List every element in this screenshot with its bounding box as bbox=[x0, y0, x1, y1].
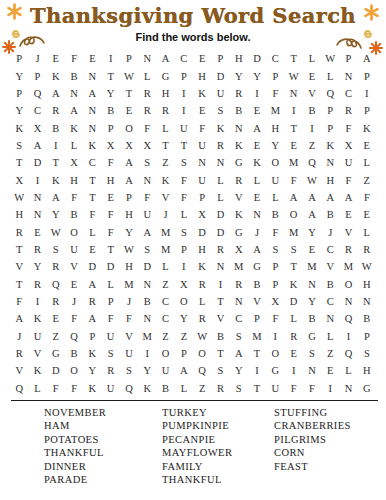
grid-cell[interactable]: E bbox=[120, 102, 138, 119]
grid-cell[interactable]: M bbox=[284, 223, 302, 240]
grid-cell[interactable]: Q bbox=[10, 380, 28, 397]
grid-cell[interactable]: G bbox=[248, 258, 266, 275]
grid-cell[interactable]: K bbox=[358, 119, 376, 136]
grid-cell[interactable]: C bbox=[230, 310, 248, 327]
grid-cell[interactable]: B bbox=[321, 206, 339, 223]
grid-cell[interactable]: N bbox=[28, 189, 46, 206]
grid-cell[interactable]: R bbox=[28, 241, 46, 258]
grid-cell[interactable]: F bbox=[266, 85, 284, 102]
grid-cell[interactable]: M bbox=[156, 241, 174, 258]
grid-cell[interactable]: A bbox=[120, 171, 138, 188]
grid-cell[interactable]: K bbox=[47, 67, 65, 84]
grid-cell[interactable]: X bbox=[102, 137, 120, 154]
grid-cell[interactable]: Y bbox=[10, 67, 28, 84]
grid-cell[interactable]: R bbox=[102, 362, 120, 379]
grid-cell[interactable]: B bbox=[102, 102, 120, 119]
grid-cell[interactable]: P bbox=[10, 85, 28, 102]
grid-cell[interactable]: C bbox=[339, 85, 357, 102]
grid-cell[interactable]: W bbox=[193, 328, 211, 345]
grid-cell[interactable]: S bbox=[47, 241, 65, 258]
grid-cell[interactable]: R bbox=[47, 258, 65, 275]
grid-cell[interactable]: H bbox=[358, 275, 376, 292]
grid-cell[interactable]: D bbox=[193, 223, 211, 240]
grid-cell[interactable]: F bbox=[138, 119, 156, 136]
grid-cell[interactable]: A bbox=[10, 310, 28, 327]
grid-cell[interactable]: O bbox=[193, 345, 211, 362]
grid-cell[interactable]: J bbox=[120, 293, 138, 310]
grid-cell[interactable]: E bbox=[248, 102, 266, 119]
grid-cell[interactable]: N bbox=[138, 50, 156, 67]
grid-cell[interactable]: T bbox=[83, 171, 101, 188]
grid-cell[interactable]: A bbox=[303, 189, 321, 206]
grid-cell[interactable]: U bbox=[65, 241, 83, 258]
grid-cell[interactable]: P bbox=[321, 119, 339, 136]
grid-cell[interactable]: U bbox=[193, 137, 211, 154]
grid-cell[interactable]: R bbox=[138, 85, 156, 102]
grid-cell[interactable]: L bbox=[266, 189, 284, 206]
grid-cell[interactable]: V bbox=[248, 293, 266, 310]
grid-cell[interactable]: G bbox=[303, 328, 321, 345]
grid-cell[interactable]: G bbox=[156, 67, 174, 84]
grid-cell[interactable]: I bbox=[284, 102, 302, 119]
grid-cell[interactable]: J bbox=[321, 223, 339, 240]
grid-cell[interactable]: F bbox=[303, 380, 321, 397]
grid-cell[interactable]: T bbox=[10, 241, 28, 258]
grid-cell[interactable]: H bbox=[65, 171, 83, 188]
grid-cell[interactable]: T bbox=[211, 345, 229, 362]
grid-cell[interactable]: F bbox=[138, 189, 156, 206]
grid-cell[interactable]: B bbox=[138, 293, 156, 310]
grid-cell[interactable]: Y bbox=[230, 362, 248, 379]
grid-cell[interactable]: I bbox=[248, 85, 266, 102]
grid-cell[interactable]: B bbox=[358, 310, 376, 327]
grid-cell[interactable]: A bbox=[358, 50, 376, 67]
grid-cell[interactable]: L bbox=[65, 137, 83, 154]
grid-cell[interactable]: F bbox=[193, 119, 211, 136]
grid-cell[interactable]: D bbox=[248, 50, 266, 67]
grid-cell[interactable]: I bbox=[248, 362, 266, 379]
grid-cell[interactable]: N bbox=[321, 310, 339, 327]
grid-cell[interactable]: E bbox=[193, 50, 211, 67]
grid-cell[interactable]: U bbox=[211, 85, 229, 102]
grid-cell[interactable]: K bbox=[83, 380, 101, 397]
grid-cell[interactable]: N bbox=[284, 85, 302, 102]
grid-cell[interactable]: U bbox=[175, 119, 193, 136]
grid-cell[interactable]: F bbox=[358, 189, 376, 206]
grid-cell[interactable]: Y bbox=[120, 223, 138, 240]
grid-cell[interactable]: Y bbox=[303, 293, 321, 310]
grid-cell[interactable]: A bbox=[47, 189, 65, 206]
grid-cell[interactable]: L bbox=[211, 189, 229, 206]
grid-cell[interactable]: G bbox=[358, 380, 376, 397]
grid-cell[interactable]: R bbox=[47, 102, 65, 119]
grid-cell[interactable]: P bbox=[175, 67, 193, 84]
grid-cell[interactable]: F bbox=[175, 189, 193, 206]
grid-cell[interactable]: I bbox=[358, 85, 376, 102]
grid-cell[interactable]: K bbox=[321, 137, 339, 154]
grid-cell[interactable]: T bbox=[102, 67, 120, 84]
grid-cell[interactable]: A bbox=[83, 275, 101, 292]
grid-cell[interactable]: P bbox=[266, 275, 284, 292]
grid-cell[interactable]: H bbox=[102, 171, 120, 188]
grid-cell[interactable]: K bbox=[193, 258, 211, 275]
grid-cell[interactable]: P bbox=[339, 50, 357, 67]
grid-cell[interactable]: U bbox=[266, 380, 284, 397]
grid-cell[interactable]: L bbox=[339, 362, 357, 379]
grid-cell[interactable]: A bbox=[28, 137, 46, 154]
grid-cell[interactable]: S bbox=[230, 380, 248, 397]
grid-cell[interactable]: L bbox=[248, 171, 266, 188]
grid-cell[interactable]: H bbox=[120, 258, 138, 275]
grid-cell[interactable]: I bbox=[339, 328, 357, 345]
grid-cell[interactable]: B bbox=[266, 206, 284, 223]
grid-cell[interactable]: D bbox=[284, 293, 302, 310]
grid-cell[interactable]: T bbox=[10, 275, 28, 292]
grid-cell[interactable]: H bbox=[321, 171, 339, 188]
grid-cell[interactable]: G bbox=[47, 345, 65, 362]
grid-cell[interactable]: F bbox=[175, 171, 193, 188]
grid-cell[interactable]: M bbox=[156, 223, 174, 240]
grid-cell[interactable]: R bbox=[358, 241, 376, 258]
grid-cell[interactable]: O bbox=[120, 119, 138, 136]
grid-cell[interactable]: C bbox=[321, 241, 339, 258]
grid-cell[interactable]: P bbox=[248, 310, 266, 327]
grid-cell[interactable]: B bbox=[248, 275, 266, 292]
grid-cell[interactable]: F bbox=[284, 380, 302, 397]
grid-cell[interactable]: A bbox=[83, 85, 101, 102]
grid-cell[interactable]: D bbox=[138, 258, 156, 275]
grid-cell[interactable]: E bbox=[284, 137, 302, 154]
grid-cell[interactable]: L bbox=[211, 171, 229, 188]
grid-cell[interactable]: I bbox=[175, 102, 193, 119]
grid-cell[interactable]: X bbox=[10, 171, 28, 188]
grid-cell[interactable]: B bbox=[230, 102, 248, 119]
grid-cell[interactable]: N bbox=[193, 154, 211, 171]
grid-cell[interactable]: F bbox=[102, 154, 120, 171]
grid-cell[interactable]: P bbox=[358, 67, 376, 84]
grid-cell[interactable]: A bbox=[248, 241, 266, 258]
grid-cell[interactable]: P bbox=[120, 189, 138, 206]
grid-cell[interactable]: C bbox=[83, 154, 101, 171]
grid-cell[interactable]: D bbox=[83, 258, 101, 275]
grid-cell[interactable]: O bbox=[156, 345, 174, 362]
grid-cell[interactable]: Z bbox=[156, 154, 174, 171]
grid-cell[interactable]: H bbox=[193, 67, 211, 84]
grid-cell[interactable]: X bbox=[230, 241, 248, 258]
grid-cell[interactable]: F bbox=[266, 310, 284, 327]
grid-cell[interactable]: C bbox=[28, 102, 46, 119]
grid-cell[interactable]: I bbox=[28, 171, 46, 188]
grid-cell[interactable]: K bbox=[193, 85, 211, 102]
grid-cell[interactable]: B bbox=[211, 328, 229, 345]
grid-cell[interactable]: Y bbox=[266, 137, 284, 154]
grid-cell[interactable]: M bbox=[138, 328, 156, 345]
grid-cell[interactable]: V bbox=[28, 345, 46, 362]
grid-cell[interactable]: B bbox=[47, 119, 65, 136]
grid-cell[interactable]: N bbox=[248, 206, 266, 223]
grid-cell[interactable]: K bbox=[83, 137, 101, 154]
grid-cell[interactable]: Y bbox=[102, 85, 120, 102]
grid-cell[interactable]: R bbox=[28, 275, 46, 292]
grid-cell[interactable]: L bbox=[321, 67, 339, 84]
grid-cell[interactable]: U bbox=[102, 380, 120, 397]
grid-cell[interactable]: C bbox=[266, 50, 284, 67]
grid-cell[interactable]: R bbox=[339, 102, 357, 119]
grid-cell[interactable]: E bbox=[248, 137, 266, 154]
grid-cell[interactable]: H bbox=[156, 85, 174, 102]
grid-cell[interactable]: A bbox=[248, 119, 266, 136]
grid-cell[interactable]: R bbox=[230, 275, 248, 292]
grid-cell[interactable]: Y bbox=[28, 258, 46, 275]
grid-cell[interactable]: F bbox=[120, 310, 138, 327]
grid-cell[interactable]: L bbox=[156, 119, 174, 136]
grid-cell[interactable]: Y bbox=[10, 102, 28, 119]
grid-cell[interactable]: U bbox=[156, 362, 174, 379]
grid-cell[interactable]: A bbox=[175, 362, 193, 379]
grid-cell[interactable]: X bbox=[193, 206, 211, 223]
grid-cell[interactable]: W bbox=[120, 67, 138, 84]
grid-cell[interactable]: K bbox=[211, 119, 229, 136]
grid-cell[interactable]: H bbox=[193, 241, 211, 258]
grid-cell[interactable]: Z bbox=[193, 380, 211, 397]
grid-cell[interactable]: E bbox=[339, 206, 357, 223]
grid-cell[interactable]: T bbox=[102, 241, 120, 258]
grid-cell[interactable]: F bbox=[339, 119, 357, 136]
grid-cell[interactable]: R bbox=[230, 171, 248, 188]
grid-cell[interactable]: T bbox=[284, 50, 302, 67]
grid-cell[interactable]: X bbox=[266, 293, 284, 310]
grid-cell[interactable]: W bbox=[358, 258, 376, 275]
grid-cell[interactable]: W bbox=[10, 189, 28, 206]
grid-cell[interactable]: T bbox=[156, 137, 174, 154]
grid-cell[interactable]: P bbox=[358, 102, 376, 119]
grid-cell[interactable]: D bbox=[211, 223, 229, 240]
grid-cell[interactable]: Q bbox=[120, 380, 138, 397]
grid-cell[interactable]: P bbox=[83, 328, 101, 345]
grid-cell[interactable]: V bbox=[339, 223, 357, 240]
grid-cell[interactable]: M bbox=[266, 102, 284, 119]
grid-cell[interactable]: S bbox=[358, 345, 376, 362]
grid-cell[interactable]: L bbox=[303, 50, 321, 67]
grid-cell[interactable]: N bbox=[303, 275, 321, 292]
grid-cell[interactable]: W bbox=[303, 171, 321, 188]
grid-cell[interactable]: Z bbox=[175, 328, 193, 345]
grid-cell[interactable]: P bbox=[175, 345, 193, 362]
grid-cell[interactable]: I bbox=[211, 275, 229, 292]
grid-cell[interactable]: A bbox=[339, 189, 357, 206]
grid-cell[interactable]: X bbox=[339, 137, 357, 154]
grid-cell[interactable]: H bbox=[120, 206, 138, 223]
grid-cell[interactable]: L bbox=[321, 328, 339, 345]
grid-cell[interactable]: K bbox=[230, 137, 248, 154]
grid-cell[interactable]: J bbox=[28, 50, 46, 67]
grid-cell[interactable]: D bbox=[211, 67, 229, 84]
grid-cell[interactable]: W bbox=[47, 223, 65, 240]
grid-cell[interactable]: E bbox=[321, 362, 339, 379]
grid-cell[interactable]: T bbox=[83, 189, 101, 206]
grid-cell[interactable]: R bbox=[230, 85, 248, 102]
grid-cell[interactable]: F bbox=[266, 223, 284, 240]
grid-cell[interactable]: N bbox=[65, 85, 83, 102]
grid-cell[interactable]: F bbox=[339, 171, 357, 188]
grid-cell[interactable]: X bbox=[175, 275, 193, 292]
grid-cell[interactable]: E bbox=[65, 275, 83, 292]
grid-cell[interactable]: T bbox=[175, 137, 193, 154]
grid-cell[interactable]: Q bbox=[303, 154, 321, 171]
grid-cell[interactable]: K bbox=[65, 119, 83, 136]
grid-cell[interactable]: A bbox=[47, 85, 65, 102]
grid-cell[interactable]: O bbox=[266, 345, 284, 362]
grid-cell[interactable]: T bbox=[10, 154, 28, 171]
grid-cell[interactable]: H bbox=[10, 206, 28, 223]
grid-cell[interactable]: D bbox=[47, 362, 65, 379]
grid-cell[interactable]: F bbox=[65, 310, 83, 327]
grid-cell[interactable]: X bbox=[138, 137, 156, 154]
grid-cell[interactable]: N bbox=[230, 293, 248, 310]
grid-cell[interactable]: V bbox=[211, 310, 229, 327]
grid-cell[interactable]: Y bbox=[303, 223, 321, 240]
grid-cell[interactable]: V bbox=[321, 258, 339, 275]
grid-cell[interactable]: O bbox=[266, 154, 284, 171]
grid-cell[interactable]: S bbox=[10, 137, 28, 154]
grid-cell[interactable]: P bbox=[102, 119, 120, 136]
grid-cell[interactable]: N bbox=[230, 119, 248, 136]
grid-cell[interactable]: K bbox=[47, 171, 65, 188]
grid-cell[interactable]: E bbox=[303, 67, 321, 84]
grid-cell[interactable]: H bbox=[230, 50, 248, 67]
grid-cell[interactable]: Y bbox=[47, 206, 65, 223]
grid-cell[interactable]: S bbox=[175, 154, 193, 171]
grid-cell[interactable]: T bbox=[248, 345, 266, 362]
grid-cell[interactable]: B bbox=[65, 67, 83, 84]
grid-cell[interactable]: S bbox=[211, 362, 229, 379]
grid-cell[interactable]: M bbox=[284, 154, 302, 171]
grid-cell[interactable]: P bbox=[193, 189, 211, 206]
grid-cell[interactable]: U bbox=[28, 328, 46, 345]
grid-cell[interactable]: S bbox=[138, 154, 156, 171]
grid-cell[interactable]: E bbox=[83, 50, 101, 67]
grid-cell[interactable]: V bbox=[303, 85, 321, 102]
grid-cell[interactable]: C bbox=[175, 50, 193, 67]
grid-cell[interactable]: R bbox=[83, 293, 101, 310]
grid-cell[interactable]: T bbox=[248, 380, 266, 397]
grid-cell[interactable]: R bbox=[138, 102, 156, 119]
grid-cell[interactable]: J bbox=[10, 328, 28, 345]
grid-cell[interactable]: C bbox=[321, 293, 339, 310]
grid-cell[interactable]: A bbox=[303, 206, 321, 223]
grid-cell[interactable]: O bbox=[65, 223, 83, 240]
grid-cell[interactable]: S bbox=[303, 345, 321, 362]
grid-cell[interactable]: Z bbox=[156, 275, 174, 292]
grid-cell[interactable]: A bbox=[65, 102, 83, 119]
grid-cell[interactable]: P bbox=[266, 258, 284, 275]
grid-cell[interactable]: E bbox=[358, 206, 376, 223]
grid-cell[interactable]: K bbox=[28, 310, 46, 327]
grid-cell[interactable]: Y bbox=[230, 67, 248, 84]
grid-cell[interactable]: M bbox=[303, 258, 321, 275]
grid-cell[interactable]: F bbox=[102, 310, 120, 327]
grid-cell[interactable]: N bbox=[28, 206, 46, 223]
grid-cell[interactable]: U bbox=[266, 171, 284, 188]
grid-cell[interactable]: E bbox=[358, 137, 376, 154]
grid-cell[interactable]: Q bbox=[28, 85, 46, 102]
grid-cell[interactable]: E bbox=[193, 102, 211, 119]
grid-cell[interactable]: W bbox=[284, 67, 302, 84]
grid-cell[interactable]: D bbox=[28, 154, 46, 171]
grid-cell[interactable]: Q bbox=[339, 345, 357, 362]
grid-cell[interactable]: R bbox=[211, 380, 229, 397]
grid-cell[interactable]: S bbox=[138, 241, 156, 258]
grid-cell[interactable]: S bbox=[284, 241, 302, 258]
grid-cell[interactable]: R bbox=[47, 293, 65, 310]
grid-cell[interactable]: R bbox=[284, 328, 302, 345]
grid-cell[interactable]: L bbox=[284, 310, 302, 327]
grid-cell[interactable]: N bbox=[138, 275, 156, 292]
grid-cell[interactable]: M bbox=[339, 258, 357, 275]
grid-cell[interactable]: B bbox=[65, 206, 83, 223]
grid-cell[interactable]: E bbox=[303, 241, 321, 258]
grid-cell[interactable]: I bbox=[47, 137, 65, 154]
grid-cell[interactable]: L bbox=[83, 223, 101, 240]
grid-cell[interactable]: S bbox=[120, 362, 138, 379]
grid-cell[interactable]: N bbox=[83, 67, 101, 84]
grid-cell[interactable]: Z bbox=[358, 171, 376, 188]
grid-cell[interactable]: F bbox=[65, 189, 83, 206]
grid-cell[interactable]: B bbox=[156, 380, 174, 397]
grid-cell[interactable]: A bbox=[120, 154, 138, 171]
grid-cell[interactable]: I bbox=[175, 258, 193, 275]
grid-cell[interactable]: K bbox=[28, 362, 46, 379]
grid-cell[interactable]: T bbox=[284, 258, 302, 275]
grid-cell[interactable]: A bbox=[284, 189, 302, 206]
grid-cell[interactable]: R bbox=[211, 241, 229, 258]
grid-cell[interactable]: A bbox=[138, 223, 156, 240]
grid-cell[interactable]: U bbox=[193, 171, 211, 188]
grid-cell[interactable]: M bbox=[248, 328, 266, 345]
grid-cell[interactable]: N bbox=[138, 171, 156, 188]
grid-cell[interactable]: E bbox=[248, 189, 266, 206]
grid-cell[interactable]: F bbox=[102, 206, 120, 223]
grid-cell[interactable]: V bbox=[230, 189, 248, 206]
grid-cell[interactable]: V bbox=[156, 189, 174, 206]
grid-cell[interactable]: I bbox=[138, 345, 156, 362]
grid-cell[interactable]: F bbox=[65, 380, 83, 397]
grid-cell[interactable]: S bbox=[266, 241, 284, 258]
grid-cell[interactable]: B bbox=[65, 345, 83, 362]
grid-cell[interactable]: L bbox=[156, 258, 174, 275]
grid-cell[interactable]: S bbox=[175, 223, 193, 240]
grid-cell[interactable]: Z bbox=[47, 328, 65, 345]
grid-cell[interactable]: L bbox=[358, 223, 376, 240]
grid-cell[interactable]: N bbox=[339, 293, 357, 310]
grid-cell[interactable]: E bbox=[47, 50, 65, 67]
grid-cell[interactable]: P bbox=[358, 328, 376, 345]
grid-cell[interactable]: I bbox=[284, 362, 302, 379]
grid-cell[interactable]: L bbox=[175, 206, 193, 223]
grid-cell[interactable]: M bbox=[230, 258, 248, 275]
grid-cell[interactable]: L bbox=[193, 293, 211, 310]
grid-cell[interactable]: K bbox=[10, 119, 28, 136]
grid-cell[interactable]: Y bbox=[248, 67, 266, 84]
grid-cell[interactable]: R bbox=[193, 275, 211, 292]
grid-cell[interactable]: F bbox=[65, 50, 83, 67]
grid-cell[interactable]: K bbox=[156, 171, 174, 188]
grid-cell[interactable]: L bbox=[138, 67, 156, 84]
grid-cell[interactable]: Y bbox=[83, 362, 101, 379]
grid-cell[interactable]: X bbox=[65, 154, 83, 171]
grid-cell[interactable]: I bbox=[102, 50, 120, 67]
grid-cell[interactable]: N bbox=[339, 380, 357, 397]
